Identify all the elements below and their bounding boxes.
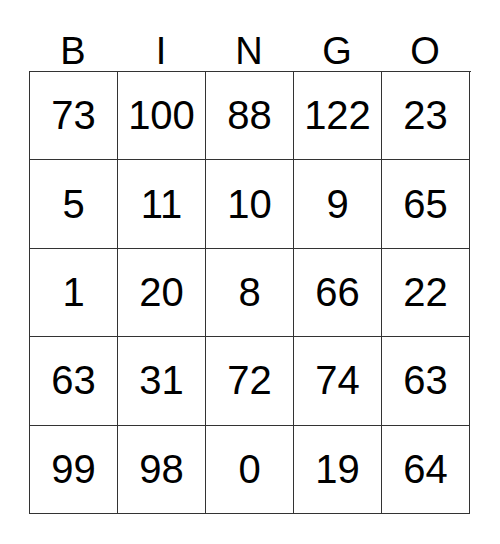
- cell-r2c4[interactable]: 22: [382, 249, 470, 337]
- cell-r0c1[interactable]: 100: [118, 72, 206, 160]
- cell-r4c0[interactable]: 99: [30, 426, 118, 514]
- cell-r4c2[interactable]: 0: [206, 426, 294, 514]
- cell-r3c4[interactable]: 63: [382, 337, 470, 425]
- header-letter-o: O: [381, 32, 469, 71]
- cell-r2c3[interactable]: 66: [294, 249, 382, 337]
- bingo-card: B I N G O 73 100 88 122 23 5 11 10 9 65 …: [29, 0, 471, 514]
- cell-r2c2[interactable]: 8: [206, 249, 294, 337]
- cell-r0c2[interactable]: 88: [206, 72, 294, 160]
- cell-r2c1[interactable]: 20: [118, 249, 206, 337]
- cell-r3c3[interactable]: 74: [294, 337, 382, 425]
- cell-r1c1[interactable]: 11: [118, 160, 206, 248]
- cell-r1c0[interactable]: 5: [30, 160, 118, 248]
- header-letter-g: G: [293, 32, 381, 71]
- cell-r4c3[interactable]: 19: [294, 426, 382, 514]
- cell-r4c1[interactable]: 98: [118, 426, 206, 514]
- cell-r3c0[interactable]: 63: [30, 337, 118, 425]
- cell-r1c4[interactable]: 65: [382, 160, 470, 248]
- cell-r1c2[interactable]: 10: [206, 160, 294, 248]
- cell-r0c3[interactable]: 122: [294, 72, 382, 160]
- cell-r4c4[interactable]: 64: [382, 426, 470, 514]
- header-letter-n: N: [205, 32, 293, 71]
- cell-r1c3[interactable]: 9: [294, 160, 382, 248]
- header-letter-i: I: [117, 32, 205, 71]
- cell-r3c1[interactable]: 31: [118, 337, 206, 425]
- header-letter-b: B: [29, 32, 117, 71]
- cell-r0c4[interactable]: 23: [382, 72, 470, 160]
- bingo-header: B I N G O: [29, 0, 471, 71]
- cell-r0c0[interactable]: 73: [30, 72, 118, 160]
- cell-r3c2[interactable]: 72: [206, 337, 294, 425]
- bingo-board: 73 100 88 122 23 5 11 10 9 65 1 20 8 66 …: [29, 71, 471, 514]
- cell-r2c0[interactable]: 1: [30, 249, 118, 337]
